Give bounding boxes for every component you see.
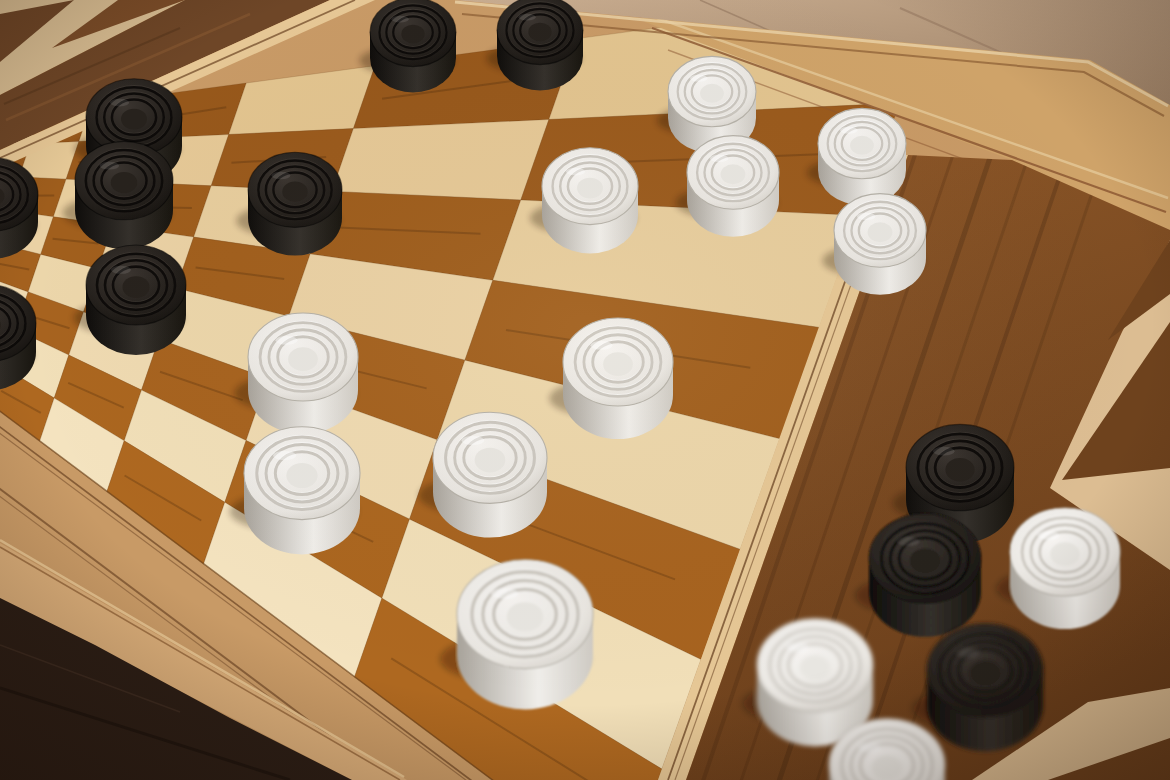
- board-photo-stage: [0, 0, 1170, 780]
- photo-vignette: [0, 0, 1170, 780]
- checkers-board-photo: [0, 0, 1170, 780]
